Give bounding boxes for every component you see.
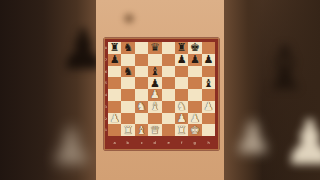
square-a1 (108, 124, 121, 136)
left-blur-panel: ♟ ♟ (0, 0, 96, 180)
square-c3: ♞ (135, 101, 148, 113)
file-label-b: b (124, 140, 132, 145)
blurred-faint-white-piece-icon: ♟ (232, 114, 273, 160)
square-b7 (121, 54, 134, 66)
file-labels: abcdefgh (108, 138, 215, 146)
file-label-e: e (164, 140, 172, 145)
rank-label-1: 1 (105, 127, 107, 133)
square-f4 (175, 89, 188, 101)
white-king-icon: ♚ (190, 124, 200, 135)
white-queen-icon: ♛ (150, 124, 160, 135)
black-pawn-icon: ♟ (150, 77, 160, 88)
white-pawn-icon: ♟ (150, 89, 160, 100)
square-g6 (188, 66, 201, 78)
white-pawn-icon: ♟ (203, 101, 213, 112)
square-c1: ♝ (135, 124, 148, 136)
square-e2 (162, 113, 175, 125)
white-pawn-icon: ♟ (110, 113, 120, 124)
chess-board: ♜♞♛♜♚♟♟♟♟♞♝♟♝♟♞♝♞♟♟♟♟♜♝♛♜♚ (108, 42, 215, 136)
rank-label-7: 7 (105, 57, 107, 63)
white-bishop-icon: ♝ (137, 124, 147, 135)
rank-label-4: 4 (105, 92, 107, 98)
square-h8 (202, 42, 215, 54)
blurred-light-piece-icon: ♟ (48, 120, 95, 172)
white-knight-icon: ♞ (177, 101, 187, 112)
video-frame-stage: ♟ ♟ ♝ ♟ ♟ ♜♞♛♜♚♟♟♟♟♞♝♟♝♟♞♝♞♟♟♟♟♜♝♛♜♚ 876… (0, 0, 320, 180)
square-f5 (175, 77, 188, 89)
square-a8: ♜ (108, 42, 121, 54)
square-e7 (162, 54, 175, 66)
right-blur-panel: ♝ ♟ ♟ (224, 0, 320, 180)
square-b6: ♞ (121, 66, 134, 78)
square-f2: ♟ (175, 113, 188, 125)
square-a7: ♟ (108, 54, 121, 66)
video-content-frame: ♜♞♛♜♚♟♟♟♟♞♝♟♝♟♞♝♞♟♟♟♟♜♝♛♜♚ 87654321 abcd… (96, 0, 224, 180)
rank-label-6: 6 (105, 68, 107, 74)
square-b5 (121, 77, 134, 89)
square-h7: ♟ (202, 54, 215, 66)
square-a4 (108, 89, 121, 101)
square-d3: ♝ (148, 101, 161, 113)
file-label-g: g (191, 140, 199, 145)
square-f3: ♞ (175, 101, 188, 113)
blurred-black-bishop-icon: ♝ (258, 38, 312, 98)
square-c5 (135, 77, 148, 89)
square-d4: ♟ (148, 89, 161, 101)
square-e5 (162, 77, 175, 89)
white-knight-icon: ♞ (137, 101, 147, 112)
square-f8: ♜ (175, 42, 188, 54)
square-f7: ♟ (175, 54, 188, 66)
square-a5 (108, 77, 121, 89)
square-c8 (135, 42, 148, 54)
square-e1 (162, 124, 175, 136)
white-bishop-icon: ♝ (150, 101, 160, 112)
file-label-a: a (111, 140, 119, 145)
square-h1 (202, 124, 215, 136)
square-d2 (148, 113, 161, 125)
square-b3 (121, 101, 134, 113)
file-label-h: h (204, 140, 212, 145)
black-queen-icon: ♛ (150, 42, 160, 53)
black-knight-icon: ♞ (123, 66, 133, 77)
rank-label-3: 3 (105, 104, 107, 110)
square-a3 (108, 101, 121, 113)
square-h5: ♝ (202, 77, 215, 89)
square-g3 (188, 101, 201, 113)
blurred-white-pawn-icon: ♟ (282, 112, 320, 174)
square-d8: ♛ (148, 42, 161, 54)
white-pawn-icon: ♟ (190, 113, 200, 124)
file-label-f: f (178, 140, 186, 145)
file-label-c: c (137, 140, 145, 145)
square-g4 (188, 89, 201, 101)
rank-labels: 87654321 (104, 42, 108, 136)
white-rook-icon: ♜ (177, 124, 187, 135)
square-h4 (202, 89, 215, 101)
square-g5 (188, 77, 201, 89)
square-e8 (162, 42, 175, 54)
black-pawn-icon: ♟ (177, 54, 187, 65)
black-king-icon: ♚ (190, 42, 200, 53)
background-smudge (124, 14, 134, 23)
rank-label-2: 2 (105, 115, 107, 121)
square-b8: ♞ (121, 42, 134, 54)
chess-board-border: ♜♞♛♜♚♟♟♟♟♞♝♟♝♟♞♝♞♟♟♟♟♜♝♛♜♚ 87654321 abcd… (104, 38, 219, 150)
white-rook-icon: ♜ (123, 124, 133, 135)
square-c2 (135, 113, 148, 125)
black-pawn-icon: ♟ (190, 54, 200, 65)
square-d6: ♝ (148, 66, 161, 78)
black-bishop-icon: ♝ (203, 77, 213, 88)
square-e4 (162, 89, 175, 101)
square-d5: ♟ (148, 77, 161, 89)
square-c6 (135, 66, 148, 78)
square-f6 (175, 66, 188, 78)
rank-label-8: 8 (105, 45, 107, 51)
square-g1: ♚ (188, 124, 201, 136)
blurred-black-pawn-icon: ♟ (58, 22, 96, 78)
square-g2: ♟ (188, 113, 201, 125)
square-c4 (135, 89, 148, 101)
square-b2 (121, 113, 134, 125)
black-rook-icon: ♜ (177, 42, 187, 53)
black-rook-icon: ♜ (110, 42, 120, 53)
square-h3: ♟ (202, 101, 215, 113)
file-label-d: d (151, 140, 159, 145)
black-pawn-icon: ♟ (203, 54, 213, 65)
square-f1: ♜ (175, 124, 188, 136)
square-b1: ♜ (121, 124, 134, 136)
square-g7: ♟ (188, 54, 201, 66)
square-h2 (202, 113, 215, 125)
square-a2: ♟ (108, 113, 121, 125)
black-knight-icon: ♞ (123, 42, 133, 53)
square-a6 (108, 66, 121, 78)
square-e3 (162, 101, 175, 113)
white-pawn-icon: ♟ (177, 113, 187, 124)
black-pawn-icon: ♟ (110, 54, 120, 65)
square-g8: ♚ (188, 42, 201, 54)
square-h6 (202, 66, 215, 78)
rank-label-5: 5 (105, 80, 107, 86)
black-bishop-icon: ♝ (150, 66, 160, 77)
square-d1: ♛ (148, 124, 161, 136)
square-e6 (162, 66, 175, 78)
square-c7 (135, 54, 148, 66)
square-d7 (148, 54, 161, 66)
square-b4 (121, 89, 134, 101)
